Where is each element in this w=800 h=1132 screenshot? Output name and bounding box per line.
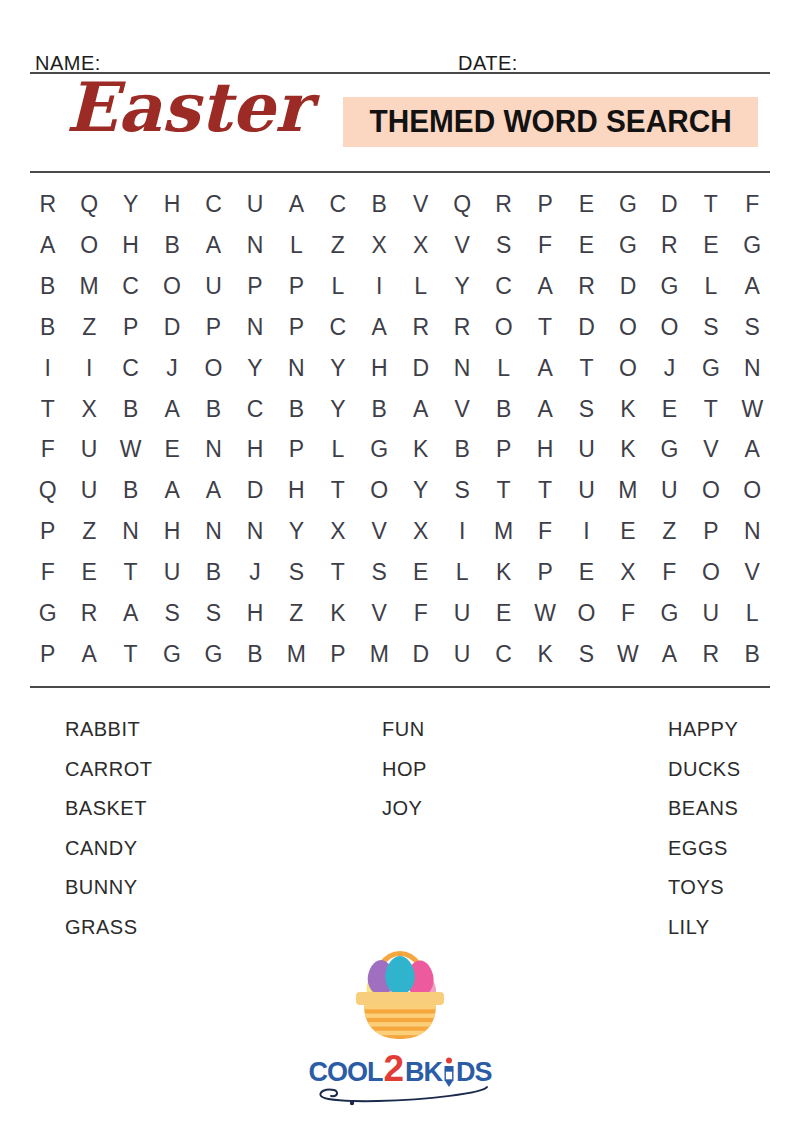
grid-cell[interactable]: D [151, 307, 192, 348]
grid-cell[interactable]: C [483, 266, 524, 307]
grid-cell[interactable]: G [690, 348, 731, 389]
grid-cell[interactable]: G [151, 634, 192, 675]
word-list-item[interactable]: TOYS [668, 868, 741, 908]
grid-cell[interactable]: N [276, 348, 317, 389]
word-list-item[interactable]: DUCKS [668, 750, 741, 790]
grid-cell[interactable]: C [234, 389, 275, 430]
grid-cell[interactable]: S [441, 470, 482, 511]
grid-cell[interactable]: B [234, 634, 275, 675]
grid-cell[interactable]: D [400, 348, 441, 389]
easter-script-title: Easter [58, 70, 318, 145]
grid-cell[interactable]: G [649, 593, 690, 634]
grid-cell[interactable]: P [27, 511, 68, 552]
grid-cell[interactable]: A [193, 225, 234, 266]
grid-cell[interactable]: N [193, 511, 234, 552]
grid-cell[interactable]: R [690, 634, 731, 675]
grid-cell[interactable]: X [400, 511, 441, 552]
grid-cell[interactable]: U [566, 470, 607, 511]
basket-svg [340, 931, 460, 1045]
grid-cell[interactable]: D [607, 266, 648, 307]
grid-cell[interactable]: R [441, 307, 482, 348]
egg-teal [385, 956, 414, 995]
grid-cell[interactable]: O [359, 470, 400, 511]
grid-cell[interactable]: E [400, 552, 441, 593]
word-list-item[interactable]: LILY [668, 908, 741, 948]
grid-cell[interactable]: U [649, 470, 690, 511]
grid-cell[interactable]: F [732, 184, 773, 225]
grid-cell[interactable]: O [483, 307, 524, 348]
grid-cell[interactable]: S [276, 552, 317, 593]
grid-cell[interactable]: U [193, 266, 234, 307]
grid-cell[interactable]: Q [68, 184, 109, 225]
grid-cell[interactable]: Y [441, 266, 482, 307]
grid-cell[interactable]: U [441, 593, 482, 634]
word-list-item[interactable]: CANDY [65, 829, 152, 869]
grid-cell[interactable]: W [110, 430, 151, 471]
grid-cell[interactable]: T [524, 470, 565, 511]
grid-cell[interactable]: B [359, 389, 400, 430]
grid-cell[interactable]: J [234, 552, 275, 593]
grid-cell[interactable]: G [607, 225, 648, 266]
grid-cell[interactable]: X [68, 389, 109, 430]
grid-cell[interactable]: E [151, 430, 192, 471]
word-list-item[interactable]: HAPPY [668, 710, 741, 750]
grid-cell[interactable]: H [276, 470, 317, 511]
grid-cell[interactable]: I [359, 266, 400, 307]
grid-cell[interactable]: X [400, 225, 441, 266]
grid-cell[interactable]: F [27, 430, 68, 471]
grid-cell[interactable]: L [317, 430, 358, 471]
grid-cell[interactable]: W [607, 634, 648, 675]
grid-cell[interactable]: S [359, 552, 400, 593]
basket-bowl [360, 1005, 440, 1045]
grid-cell[interactable]: B [359, 184, 400, 225]
grid-cell[interactable]: F [607, 593, 648, 634]
pencil-i-icon [443, 1057, 455, 1088]
grid-cell[interactable]: E [566, 225, 607, 266]
grid-cell[interactable]: T [483, 470, 524, 511]
grid-cell[interactable]: R [400, 307, 441, 348]
grid-cell[interactable]: A [732, 266, 773, 307]
grid-cell[interactable]: N [732, 511, 773, 552]
grid-cell[interactable]: R [483, 184, 524, 225]
grid-cell[interactable]: H [110, 225, 151, 266]
grid-cell[interactable]: T [690, 389, 731, 430]
grid-cell[interactable]: N [193, 430, 234, 471]
grid-cell[interactable]: N [234, 225, 275, 266]
grid-cell[interactable]: A [110, 593, 151, 634]
word-list-item[interactable]: BUNNY [65, 868, 152, 908]
grid-cell[interactable]: B [193, 389, 234, 430]
word-list-item[interactable]: RABBIT [65, 710, 152, 750]
grid-cell[interactable]: M [607, 470, 648, 511]
grid-cell[interactable]: K [524, 634, 565, 675]
grid-cell[interactable]: S [566, 389, 607, 430]
grid-cell[interactable]: V [690, 430, 731, 471]
grid-cell[interactable]: V [359, 511, 400, 552]
grid-cell[interactable]: F [649, 552, 690, 593]
grid-cell[interactable]: H [151, 511, 192, 552]
grid-cell[interactable]: G [649, 430, 690, 471]
grid-cell[interactable]: P [276, 266, 317, 307]
grid-cell[interactable]: H [151, 184, 192, 225]
grid-cell[interactable]: U [234, 184, 275, 225]
grid-cell[interactable]: W [732, 389, 773, 430]
logo-part-ds: DS [456, 1057, 492, 1088]
word-column-3: HAPPYDUCKSBEANSEGGSTOYSLILY [668, 710, 741, 947]
grid-cell[interactable]: O [607, 348, 648, 389]
grid-cell[interactable]: C [317, 307, 358, 348]
grid-cell[interactable]: V [441, 389, 482, 430]
grid-cell[interactable]: T [690, 184, 731, 225]
grid-cell[interactable]: G [359, 430, 400, 471]
grid-cell[interactable]: I [27, 348, 68, 389]
grid-cell[interactable]: Z [649, 511, 690, 552]
grid-cell[interactable]: K [317, 593, 358, 634]
grid-cell[interactable]: A [400, 389, 441, 430]
grid-cell[interactable]: Q [441, 184, 482, 225]
grid-cell[interactable]: E [483, 593, 524, 634]
grid-cell[interactable]: A [68, 634, 109, 675]
grid-cell[interactable]: E [566, 184, 607, 225]
grid-cell[interactable]: B [276, 389, 317, 430]
grid-cell[interactable]: D [649, 184, 690, 225]
grid-cell[interactable]: H [234, 430, 275, 471]
grid-cell[interactable]: S [193, 593, 234, 634]
grid-cell[interactable]: L [276, 225, 317, 266]
grid-cell[interactable]: N [732, 348, 773, 389]
grid-cell[interactable]: M [276, 634, 317, 675]
grid-cell[interactable]: P [276, 430, 317, 471]
grid-cell[interactable]: D [400, 634, 441, 675]
grid-cell[interactable]: T [317, 470, 358, 511]
grid-cell[interactable]: N [110, 511, 151, 552]
grid-cell[interactable]: C [193, 184, 234, 225]
logo-part-cool: COOL [308, 1057, 382, 1088]
grid-cell[interactable]: Y [110, 184, 151, 225]
grid-cell[interactable]: O [193, 348, 234, 389]
grid-cell[interactable]: B [110, 389, 151, 430]
grid-cell[interactable]: K [607, 389, 648, 430]
grid-cell[interactable]: P [317, 634, 358, 675]
grid-cell[interactable]: S [483, 225, 524, 266]
grid-cell[interactable]: R [68, 593, 109, 634]
grid-cell[interactable]: I [68, 348, 109, 389]
grid-cell[interactable]: A [649, 634, 690, 675]
grid-cell[interactable]: O [690, 470, 731, 511]
grid-cell[interactable]: T [110, 634, 151, 675]
grid-cell[interactable]: R [27, 184, 68, 225]
grid-cell[interactable]: L [441, 552, 482, 593]
grid-cell[interactable]: U [68, 430, 109, 471]
grid-cell[interactable]: G [27, 593, 68, 634]
grid-cell[interactable]: U [566, 430, 607, 471]
grid-cell[interactable]: V [359, 593, 400, 634]
grid-cell[interactable]: A [524, 348, 565, 389]
grid-cell[interactable]: B [193, 552, 234, 593]
grid-cell[interactable]: B [732, 634, 773, 675]
grid-cell[interactable]: A [151, 389, 192, 430]
grid-cell[interactable]: A [151, 470, 192, 511]
grid-cell[interactable]: M [483, 511, 524, 552]
grid-cell[interactable]: W [524, 593, 565, 634]
word-list-item[interactable]: EGGS [668, 829, 741, 869]
grid-cell[interactable]: M [359, 634, 400, 675]
grid-cell[interactable]: F [400, 593, 441, 634]
grid-cell[interactable]: S [566, 634, 607, 675]
grid-cell[interactable]: A [193, 470, 234, 511]
grid-cell[interactable]: O [151, 266, 192, 307]
grid-cell[interactable]: R [649, 225, 690, 266]
grid-cell[interactable]: P [524, 184, 565, 225]
grid-cell[interactable]: A [524, 266, 565, 307]
grid-cell[interactable]: L [690, 266, 731, 307]
easter-basket-icon [340, 931, 460, 1045]
grid-cell[interactable]: Y [317, 348, 358, 389]
grid-cell[interactable]: Y [234, 348, 275, 389]
grid-cell[interactable]: J [649, 348, 690, 389]
word-list-item[interactable]: GRASS [65, 908, 152, 948]
grid-cell[interactable]: P [276, 307, 317, 348]
grid-cell[interactable]: B [483, 389, 524, 430]
grid-cell[interactable]: E [607, 511, 648, 552]
grid-cell[interactable]: O [566, 593, 607, 634]
grid-cell[interactable]: O [690, 552, 731, 593]
grid-cell[interactable]: E [566, 552, 607, 593]
grid-cell[interactable]: P [110, 307, 151, 348]
word-column-2: FUNHOPJOY [382, 710, 427, 829]
grid-cell[interactable]: P [524, 552, 565, 593]
grid-cell[interactable]: Z [276, 593, 317, 634]
word-list-item[interactable]: JOY [382, 789, 427, 829]
grid-cell[interactable]: N [234, 307, 275, 348]
themed-banner: THEMED WORD SEARCH [343, 97, 758, 147]
word-list-item[interactable]: FUN [382, 710, 427, 750]
grid-cell[interactable]: B [27, 307, 68, 348]
grid-cell[interactable]: Y [400, 470, 441, 511]
grid-cell[interactable]: C [483, 634, 524, 675]
grid-cell[interactable]: B [27, 266, 68, 307]
grid-cell[interactable]: F [524, 225, 565, 266]
grid-cell[interactable]: O [649, 307, 690, 348]
word-list: RABBITCARROTBASKETCANDYBUNNYGRASS FUNHOP… [30, 704, 770, 936]
grid-cell[interactable]: F [524, 511, 565, 552]
grid-cell[interactable]: Z [317, 225, 358, 266]
grid-cell[interactable]: L [400, 266, 441, 307]
grid-cell[interactable]: L [483, 348, 524, 389]
grid-cell[interactable]: G [649, 266, 690, 307]
grid-cell[interactable]: V [732, 552, 773, 593]
grid-cell[interactable]: A [359, 307, 400, 348]
grid-cell[interactable]: H [359, 348, 400, 389]
grid-cell[interactable]: S [732, 307, 773, 348]
grid-cell[interactable]: L [732, 593, 773, 634]
cool2bkids-logo: COOL 2 BK DS [308, 1054, 492, 1114]
grid-cell[interactable]: M [68, 266, 109, 307]
header-divider [30, 171, 770, 173]
grid-cell[interactable]: P [27, 634, 68, 675]
grid-cell[interactable]: Y [276, 511, 317, 552]
grid-cell[interactable]: E [690, 225, 731, 266]
grid-cell[interactable]: K [483, 552, 524, 593]
worksheet-page: NAME: DATE: Easter THEMED WORD SEARCH RQ… [0, 0, 800, 1132]
grid-cell[interactable]: A [276, 184, 317, 225]
grid-cell[interactable]: E [649, 389, 690, 430]
word-list-item[interactable]: HOP [382, 750, 427, 790]
grid-cell[interactable]: D [566, 307, 607, 348]
grid-cell[interactable]: A [27, 225, 68, 266]
grid-cell[interactable]: G [732, 225, 773, 266]
word-list-item[interactable]: CARROT [65, 750, 152, 790]
grid-cell[interactable]: F [27, 552, 68, 593]
grid-cell[interactable]: Y [317, 389, 358, 430]
grid-cell[interactable]: B [110, 470, 151, 511]
grid-cell[interactable]: Z [68, 307, 109, 348]
grid-cell[interactable]: K [607, 430, 648, 471]
grid-cell[interactable]: O [68, 225, 109, 266]
grid-cell[interactable]: U [441, 634, 482, 675]
grid-cell[interactable]: C [317, 184, 358, 225]
grid-cell[interactable]: X [607, 552, 648, 593]
logo-part-bk: BK [405, 1057, 442, 1088]
grid-cell[interactable]: G [607, 184, 648, 225]
banner-title: THEMED WORD SEARCH [369, 104, 731, 140]
grid-cell[interactable]: Q [27, 470, 68, 511]
word-search-grid: RQYHCUACBVQRPEGDTFAOHBANLZXXVSFEGREGBMCO… [27, 184, 773, 675]
grid-cell[interactable]: N [441, 348, 482, 389]
grid-cell[interactable]: E [68, 552, 109, 593]
grid-cell[interactable]: G [193, 634, 234, 675]
grid-cell[interactable]: N [234, 511, 275, 552]
grid-cell[interactable]: T [110, 552, 151, 593]
grid-cell[interactable]: V [441, 225, 482, 266]
grid-cell[interactable]: J [151, 348, 192, 389]
grid-cell[interactable]: L [317, 266, 358, 307]
grid-cell[interactable]: I [566, 511, 607, 552]
grid-cell[interactable]: U [68, 470, 109, 511]
grid-cell[interactable]: R [566, 266, 607, 307]
basket-rim [356, 992, 444, 1005]
grid-cell[interactable]: K [400, 430, 441, 471]
grid-cell[interactable]: T [524, 307, 565, 348]
grid-cell[interactable]: O [607, 307, 648, 348]
grid-cell[interactable]: U [151, 552, 192, 593]
grid-cell[interactable]: I [441, 511, 482, 552]
grid-cell[interactable]: U [690, 593, 731, 634]
grid-cell[interactable]: H [524, 430, 565, 471]
grid-cell[interactable]: B [151, 225, 192, 266]
grid-cell[interactable]: T [27, 389, 68, 430]
word-column-1: RABBITCARROTBASKETCANDYBUNNYGRASS [65, 710, 152, 947]
grid-cell[interactable]: T [566, 348, 607, 389]
grid-cell[interactable]: A [732, 430, 773, 471]
word-list-item[interactable]: BEANS [668, 789, 741, 829]
grid-cell[interactable]: P [690, 511, 731, 552]
grid-cell[interactable]: S [690, 307, 731, 348]
grid-cell[interactable]: S [151, 593, 192, 634]
logo-part-2: 2 [383, 1054, 404, 1084]
grid-divider [30, 686, 770, 688]
grid-cell[interactable]: P [234, 266, 275, 307]
grid-cell[interactable]: D [234, 470, 275, 511]
grid-cell[interactable]: P [483, 430, 524, 471]
grid-cell[interactable]: Z [68, 511, 109, 552]
grid-cell[interactable]: H [234, 593, 275, 634]
logo-text: COOL 2 BK DS [308, 1054, 492, 1088]
grid-cell[interactable]: C [110, 266, 151, 307]
grid-cell[interactable]: V [400, 184, 441, 225]
grid-cell[interactable]: C [110, 348, 151, 389]
grid-cell[interactable]: X [359, 225, 400, 266]
grid-cell[interactable]: T [317, 552, 358, 593]
grid-cell[interactable]: X [317, 511, 358, 552]
grid-cell[interactable]: O [732, 470, 773, 511]
grid-cell[interactable]: B [441, 430, 482, 471]
word-list-item[interactable]: BASKET [65, 789, 152, 829]
grid-cell[interactable]: A [524, 389, 565, 430]
grid-cell[interactable]: P [193, 307, 234, 348]
